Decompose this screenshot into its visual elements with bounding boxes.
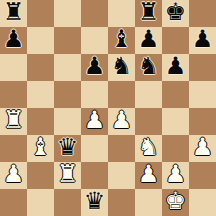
square-a7[interactable]: ♟ bbox=[0, 27, 27, 54]
square-b6[interactable] bbox=[27, 54, 54, 81]
square-h3[interactable]: ♟ bbox=[189, 135, 216, 162]
square-a6[interactable] bbox=[0, 54, 27, 81]
white-pawn-piece[interactable]: ♟ bbox=[165, 162, 187, 188]
square-b5[interactable] bbox=[27, 81, 54, 108]
square-g7[interactable] bbox=[162, 27, 189, 54]
square-f8[interactable]: ♜ bbox=[135, 0, 162, 27]
square-f1[interactable] bbox=[135, 189, 162, 216]
square-c3[interactable]: ♛ bbox=[54, 135, 81, 162]
square-e7[interactable]: ♝ bbox=[108, 27, 135, 54]
square-b7[interactable] bbox=[27, 27, 54, 54]
square-e3[interactable] bbox=[108, 135, 135, 162]
black-rook-piece[interactable]: ♜ bbox=[138, 0, 160, 26]
square-a4[interactable]: ♜ bbox=[0, 108, 27, 135]
white-bishop-piece[interactable]: ♝ bbox=[30, 135, 52, 161]
white-rook-piece[interactable]: ♜ bbox=[3, 108, 25, 134]
white-pawn-piece[interactable]: ♟ bbox=[138, 162, 160, 188]
square-g5[interactable] bbox=[162, 81, 189, 108]
square-a8[interactable]: ♜ bbox=[0, 0, 27, 27]
black-pawn-piece[interactable]: ♟ bbox=[3, 27, 25, 53]
square-f7[interactable]: ♟ bbox=[135, 27, 162, 54]
black-pawn-piece[interactable]: ♟ bbox=[138, 27, 160, 53]
black-queen-piece[interactable]: ♛ bbox=[57, 135, 79, 161]
square-g6[interactable]: ♟ bbox=[162, 54, 189, 81]
square-a5[interactable] bbox=[0, 81, 27, 108]
square-c8[interactable] bbox=[54, 0, 81, 27]
white-king-piece[interactable]: ♚ bbox=[165, 189, 187, 215]
square-f4[interactable] bbox=[135, 108, 162, 135]
square-a3[interactable] bbox=[0, 135, 27, 162]
square-g3[interactable] bbox=[162, 135, 189, 162]
square-d8[interactable] bbox=[81, 0, 108, 27]
square-e4[interactable]: ♟ bbox=[108, 108, 135, 135]
square-d2[interactable] bbox=[81, 162, 108, 189]
black-rook-piece[interactable]: ♜ bbox=[3, 0, 25, 26]
square-d5[interactable] bbox=[81, 81, 108, 108]
square-b8[interactable] bbox=[27, 0, 54, 27]
square-g1[interactable]: ♚ bbox=[162, 189, 189, 216]
black-king-piece[interactable]: ♚ bbox=[165, 0, 187, 26]
square-b4[interactable] bbox=[27, 108, 54, 135]
white-rook-piece[interactable]: ♜ bbox=[57, 162, 79, 188]
white-pawn-piece[interactable]: ♟ bbox=[192, 135, 214, 161]
square-c6[interactable] bbox=[54, 54, 81, 81]
square-h7[interactable]: ♟ bbox=[189, 27, 216, 54]
black-bishop-piece[interactable]: ♝ bbox=[111, 27, 133, 53]
square-f3[interactable]: ♞ bbox=[135, 135, 162, 162]
black-pawn-piece[interactable]: ♟ bbox=[192, 27, 214, 53]
square-a1[interactable] bbox=[0, 189, 27, 216]
square-d1[interactable]: ♛ bbox=[81, 189, 108, 216]
square-f6[interactable]: ♞ bbox=[135, 54, 162, 81]
square-h4[interactable] bbox=[189, 108, 216, 135]
black-pawn-piece[interactable]: ♟ bbox=[84, 54, 106, 80]
square-c5[interactable] bbox=[54, 81, 81, 108]
chess-board: ♜♜♚♟♝♟♟♟♞♞♟♜♟♟♝♛♞♟♟♜♟♟♛♚ bbox=[0, 0, 216, 216]
square-c4[interactable] bbox=[54, 108, 81, 135]
square-h5[interactable] bbox=[189, 81, 216, 108]
square-h2[interactable] bbox=[189, 162, 216, 189]
black-queen-piece[interactable]: ♛ bbox=[84, 189, 106, 215]
square-e8[interactable] bbox=[108, 0, 135, 27]
square-d3[interactable] bbox=[81, 135, 108, 162]
white-pawn-piece[interactable]: ♟ bbox=[111, 108, 133, 134]
square-e2[interactable] bbox=[108, 162, 135, 189]
square-g4[interactable] bbox=[162, 108, 189, 135]
square-g2[interactable]: ♟ bbox=[162, 162, 189, 189]
square-h1[interactable] bbox=[189, 189, 216, 216]
square-f5[interactable] bbox=[135, 81, 162, 108]
black-pawn-piece[interactable]: ♟ bbox=[165, 54, 187, 80]
square-d7[interactable] bbox=[81, 27, 108, 54]
white-pawn-piece[interactable]: ♟ bbox=[84, 108, 106, 134]
square-g8[interactable]: ♚ bbox=[162, 0, 189, 27]
black-knight-piece[interactable]: ♞ bbox=[111, 54, 133, 80]
square-d6[interactable]: ♟ bbox=[81, 54, 108, 81]
square-c2[interactable]: ♜ bbox=[54, 162, 81, 189]
white-knight-piece[interactable]: ♞ bbox=[138, 135, 160, 161]
square-e6[interactable]: ♞ bbox=[108, 54, 135, 81]
square-a2[interactable]: ♟ bbox=[0, 162, 27, 189]
white-pawn-piece[interactable]: ♟ bbox=[3, 162, 25, 188]
square-h8[interactable] bbox=[189, 0, 216, 27]
square-c1[interactable] bbox=[54, 189, 81, 216]
square-b1[interactable] bbox=[27, 189, 54, 216]
black-knight-piece[interactable]: ♞ bbox=[138, 54, 160, 80]
square-e1[interactable] bbox=[108, 189, 135, 216]
square-b2[interactable] bbox=[27, 162, 54, 189]
square-h6[interactable] bbox=[189, 54, 216, 81]
square-e5[interactable] bbox=[108, 81, 135, 108]
square-d4[interactable]: ♟ bbox=[81, 108, 108, 135]
square-c7[interactable] bbox=[54, 27, 81, 54]
square-f2[interactable]: ♟ bbox=[135, 162, 162, 189]
square-b3[interactable]: ♝ bbox=[27, 135, 54, 162]
